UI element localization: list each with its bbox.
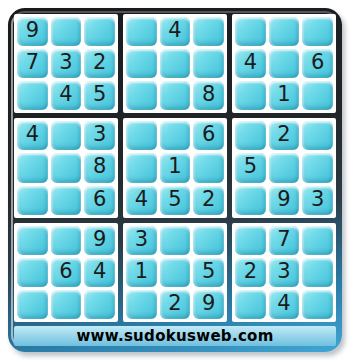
cell-r6c5[interactable]: 5 [160,186,191,215]
block-2-3: 2593 [232,118,336,217]
sudoku-widget: 973245484614386614522593964315297234 www… [0,0,350,360]
cell-r3c4[interactable] [126,81,157,110]
cell-r6c8[interactable]: 9 [269,186,300,215]
cell-r8c8[interactable]: 3 [269,258,300,287]
cell-r6c6[interactable]: 2 [193,186,224,215]
website-label: www.sudokusweb.com [76,327,273,345]
digit-r8c3: 4 [93,261,106,282]
cell-r7c3[interactable]: 9 [84,226,115,255]
cell-r7c5[interactable] [160,226,191,255]
block-3-2: 31529 [123,223,227,322]
digit-r7c4: 3 [135,229,148,250]
digit-r4c6: 6 [202,124,215,145]
cell-r2c7[interactable]: 4 [235,49,266,78]
cell-r1c6[interactable] [193,17,224,46]
digit-r4c1: 4 [26,124,39,145]
digit-r3c3: 5 [93,84,106,105]
digit-r1c1: 9 [26,20,39,41]
digit-r2c3: 2 [93,52,106,73]
cell-r8c7[interactable]: 2 [235,258,266,287]
block-1-1: 973245 [14,14,118,113]
digit-r2c9: 6 [311,52,324,73]
digit-r6c8: 9 [277,189,290,210]
cell-r7c8[interactable]: 7 [269,226,300,255]
cell-r5c7[interactable]: 5 [235,153,266,182]
cell-r4c7[interactable] [235,121,266,150]
cell-r1c3[interactable] [84,17,115,46]
cell-r9c7[interactable] [235,290,266,319]
cell-r3c8[interactable]: 1 [269,81,300,110]
cell-r3c1[interactable] [17,81,48,110]
digit-r8c4: 1 [135,261,148,282]
cell-r4c5[interactable] [160,121,191,150]
cell-r6c7[interactable] [235,186,266,215]
footer-bar: www.sudokusweb.com [14,326,336,346]
digit-r2c7: 4 [244,52,257,73]
cell-r9c3[interactable] [84,290,115,319]
block-2-1: 4386 [14,118,118,217]
cell-r5c1[interactable] [17,153,48,182]
cell-r4c8[interactable]: 2 [269,121,300,150]
cell-r3c9[interactable] [302,81,333,110]
cell-r8c4[interactable]: 1 [126,258,157,287]
digit-r8c8: 3 [277,261,290,282]
cell-r4c1[interactable]: 4 [17,121,48,150]
cell-r9c4[interactable] [126,290,157,319]
digit-r6c6: 2 [202,189,215,210]
digit-r7c8: 7 [277,229,290,250]
digit-r8c2: 6 [59,261,72,282]
cell-r2c1[interactable]: 7 [17,49,48,78]
cell-r6c1[interactable] [17,186,48,215]
cell-r1c4[interactable] [126,17,157,46]
cell-r3c5[interactable] [160,81,191,110]
cell-r7c7[interactable] [235,226,266,255]
block-2-2: 61452 [123,118,227,217]
digit-r6c4: 4 [135,189,148,210]
cell-r9c6[interactable]: 9 [193,290,224,319]
cell-r9c5[interactable]: 2 [160,290,191,319]
cell-r8c9[interactable] [302,258,333,287]
cell-r2c9[interactable]: 6 [302,49,333,78]
cell-r1c1[interactable]: 9 [17,17,48,46]
cell-r5c9[interactable] [302,153,333,182]
cell-r7c1[interactable] [17,226,48,255]
block-3-3: 7234 [232,223,336,322]
cell-r4c9[interactable] [302,121,333,150]
digit-r4c3: 3 [93,124,106,145]
board-frame: 973245484614386614522593964315297234 www… [8,8,342,352]
block-3-1: 964 [14,223,118,322]
cell-r7c6[interactable] [193,226,224,255]
cell-r8c1[interactable] [17,258,48,287]
cell-r3c7[interactable] [235,81,266,110]
digit-r1c5: 4 [168,20,181,41]
cell-r9c8[interactable]: 4 [269,290,300,319]
cell-r5c2[interactable] [51,153,82,182]
cell-r5c5[interactable]: 1 [160,153,191,182]
cell-r4c6[interactable]: 6 [193,121,224,150]
sudoku-board: 973245484614386614522593964315297234 [14,14,336,322]
digit-r6c3: 6 [93,189,106,210]
cell-r7c9[interactable] [302,226,333,255]
cell-r4c2[interactable] [51,121,82,150]
cell-r3c2[interactable]: 4 [51,81,82,110]
cell-r3c6[interactable]: 8 [193,81,224,110]
cell-r2c5[interactable] [160,49,191,78]
cell-r5c8[interactable] [269,153,300,182]
digit-r6c5: 5 [168,189,181,210]
cell-r7c4[interactable]: 3 [126,226,157,255]
digit-r5c7: 5 [244,156,257,177]
cell-r2c4[interactable] [126,49,157,78]
cell-r7c2[interactable] [51,226,82,255]
digit-r7c3: 9 [93,229,106,250]
cell-r1c5[interactable]: 4 [160,17,191,46]
cell-r3c3[interactable]: 5 [84,81,115,110]
digit-r8c6: 5 [202,261,215,282]
block-1-2: 48 [123,14,227,113]
cell-r8c5[interactable] [160,258,191,287]
digit-r2c2: 3 [59,52,72,73]
cell-r6c9[interactable]: 3 [302,186,333,215]
digit-r5c3: 8 [93,156,106,177]
cell-r8c6[interactable]: 5 [193,258,224,287]
cell-r2c6[interactable] [193,49,224,78]
cell-r1c8[interactable] [269,17,300,46]
digit-r8c7: 2 [244,261,257,282]
cell-r6c4[interactable]: 4 [126,186,157,215]
cell-r6c3[interactable]: 6 [84,186,115,215]
cell-r1c9[interactable] [302,17,333,46]
cell-r1c2[interactable] [51,17,82,46]
cell-r2c2[interactable]: 3 [51,49,82,78]
cell-r2c3[interactable]: 2 [84,49,115,78]
cell-r5c3[interactable]: 8 [84,153,115,182]
cell-r2c8[interactable] [269,49,300,78]
digit-r3c2: 4 [59,84,72,105]
cell-r8c2[interactable]: 6 [51,258,82,287]
cell-r5c6[interactable] [193,153,224,182]
cell-r4c4[interactable] [126,121,157,150]
cell-r4c3[interactable]: 3 [84,121,115,150]
cell-r9c2[interactable] [51,290,82,319]
digit-r2c1: 7 [26,52,39,73]
digit-r5c5: 1 [168,156,181,177]
cell-r1c7[interactable] [235,17,266,46]
cell-r9c9[interactable] [302,290,333,319]
digit-r9c5: 2 [168,293,181,314]
digit-r3c8: 1 [277,84,290,105]
digit-r6c9: 3 [311,189,324,210]
digit-r3c6: 8 [202,84,215,105]
digit-r9c6: 9 [202,293,215,314]
cell-r9c1[interactable] [17,290,48,319]
digit-r9c8: 4 [277,293,290,314]
block-1-3: 461 [232,14,336,113]
cell-r5c4[interactable] [126,153,157,182]
cell-r8c3[interactable]: 4 [84,258,115,287]
digit-r4c8: 2 [277,124,290,145]
cell-r6c2[interactable] [51,186,82,215]
